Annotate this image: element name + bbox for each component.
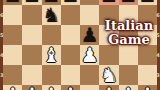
- white-pawn-b2: ♟: [22, 85, 41, 90]
- square-c6: ♞: [42, 5, 61, 25]
- square-c3: [42, 65, 61, 85]
- square-e3: [80, 65, 99, 85]
- white-pawn-e4: ♟: [80, 45, 99, 65]
- square-h3: [138, 65, 157, 85]
- white-pawn-f2: ♟: [99, 85, 118, 90]
- square-b4: [22, 45, 41, 65]
- black-pawn-e5: ♟: [80, 25, 99, 45]
- white-pawn-c2: ♟: [42, 85, 61, 90]
- square-f4: [99, 45, 118, 65]
- square-h2: ♟: [138, 85, 157, 90]
- square-e4: ♟: [80, 45, 99, 65]
- square-c5: [42, 25, 61, 45]
- square-f3: ♞: [99, 65, 118, 85]
- black-knight-c6: ♞: [42, 5, 61, 25]
- square-e5: ♟: [80, 25, 99, 45]
- white-pawn-g2: ♟: [119, 85, 138, 90]
- white-pawn-d2: ♟: [61, 85, 80, 90]
- square-b3: [22, 65, 41, 85]
- square-f2: ♟: [99, 85, 118, 90]
- square-e2: [80, 85, 99, 90]
- white-pawn-a2: ♟: [3, 85, 22, 90]
- square-g2: ♟: [119, 85, 138, 90]
- chess-opening-thumbnail[interactable]: ♜♝♛♚♝♞♜♟♟♟♟♟♟♟♞♟♝♟♞♟♟♟♟♟♟♟♜♞♝♛♚♜ Italian…: [0, 0, 160, 90]
- square-a6: [3, 5, 22, 25]
- square-g4: [119, 45, 138, 65]
- square-d2: ♟: [61, 85, 80, 90]
- square-h4: [138, 45, 157, 65]
- square-d5: [61, 25, 80, 45]
- caption-line-1: Italian: [98, 19, 160, 33]
- caption-line-2: Game: [98, 33, 160, 47]
- square-a3: [3, 65, 22, 85]
- square-b2: ♟: [22, 85, 41, 90]
- square-b6: [22, 5, 41, 25]
- white-bishop-c4: ♝: [42, 45, 61, 65]
- square-a5: [3, 25, 22, 45]
- square-c4: ♝: [42, 45, 61, 65]
- white-knight-f3: ♞: [99, 65, 118, 85]
- square-d6: [61, 5, 80, 25]
- square-g3: [119, 65, 138, 85]
- opening-name-caption: Italian Game: [98, 19, 160, 47]
- square-d3: [61, 65, 80, 85]
- square-e6: [80, 5, 99, 25]
- square-c2: ♟: [42, 85, 61, 90]
- square-b5: [22, 25, 41, 45]
- white-pawn-h2: ♟: [138, 85, 157, 90]
- square-a4: [3, 45, 22, 65]
- square-d4: [61, 45, 80, 65]
- square-a2: ♟: [3, 85, 22, 90]
